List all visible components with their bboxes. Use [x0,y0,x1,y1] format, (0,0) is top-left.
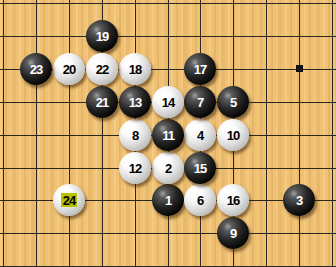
move-number: 19 [96,28,108,44]
stone-15-black: 15 [184,152,216,184]
stone-17-black: 17 [184,53,216,85]
grid-line-vertical [36,0,37,267]
move-number: 3 [296,192,302,208]
stone-1-black: 1 [152,184,184,216]
move-number: 21 [96,94,108,110]
stone-9-black: 9 [217,217,249,249]
stone-18-white: 18 [119,53,151,85]
stone-13-black: 13 [119,86,151,118]
move-number: 15 [194,160,206,176]
stone-4-white: 4 [184,119,216,151]
last-move-number-highlight: 24 [61,193,77,207]
stone-12-white: 12 [119,152,151,184]
stone-5-black: 5 [217,86,249,118]
stone-11-black: 11 [152,119,184,151]
stone-24-white: 24 [53,184,85,216]
move-number: 22 [96,61,108,77]
move-number: 6 [197,192,203,208]
grid-line-vertical [299,0,300,267]
gomoku-board[interactable]: 123456789101112131415161718192021222324 [0,0,336,267]
move-number: 16 [227,192,239,208]
move-number: 13 [129,94,141,110]
move-number: 14 [162,94,174,110]
grid-line-vertical [332,0,333,267]
move-number: 7 [197,94,203,110]
stone-21-black: 21 [86,86,118,118]
move-number: 18 [129,61,141,77]
move-number: 10 [227,127,239,143]
move-number: 12 [129,160,141,176]
move-number: 2 [165,160,171,176]
move-number: 23 [30,61,42,77]
stone-16-white: 16 [217,184,249,216]
grid-line-vertical [69,0,70,267]
move-number: 9 [230,225,236,241]
stone-6-white: 6 [184,184,216,216]
move-number: 17 [194,61,206,77]
stone-8-white: 8 [119,119,151,151]
move-number: 1 [165,192,171,208]
move-number: 4 [197,127,203,143]
stone-3-black: 3 [283,184,315,216]
grid-line-vertical [266,0,267,267]
stone-10-white: 10 [217,119,249,151]
move-number: 11 [162,127,174,143]
stone-14-white: 14 [152,86,184,118]
move-number: 5 [230,94,236,110]
star-point [296,65,303,72]
stone-7-black: 7 [184,86,216,118]
move-number: 20 [63,61,75,77]
stone-19-black: 19 [86,20,118,52]
stone-2-white: 2 [152,152,184,184]
grid-line-vertical [3,0,4,267]
move-number: 8 [132,127,138,143]
stone-20-white: 20 [53,53,85,85]
stone-22-white: 22 [86,53,118,85]
stone-23-black: 23 [20,53,52,85]
